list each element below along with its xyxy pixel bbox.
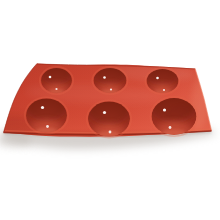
specular-highlight — [163, 108, 166, 111]
specular-highlight — [46, 125, 49, 128]
product-photo — [0, 0, 220, 220]
specular-highlight — [103, 76, 106, 79]
specular-highlight — [109, 131, 112, 134]
specular-highlight — [110, 88, 112, 90]
mold-photo-canvas — [0, 0, 220, 220]
specular-highlight — [156, 77, 159, 80]
specular-highlight — [55, 88, 57, 90]
specular-highlight — [169, 126, 172, 129]
specular-highlight — [163, 89, 165, 91]
specular-highlight — [49, 76, 52, 79]
specular-highlight — [103, 111, 106, 114]
specular-highlight — [41, 106, 44, 109]
